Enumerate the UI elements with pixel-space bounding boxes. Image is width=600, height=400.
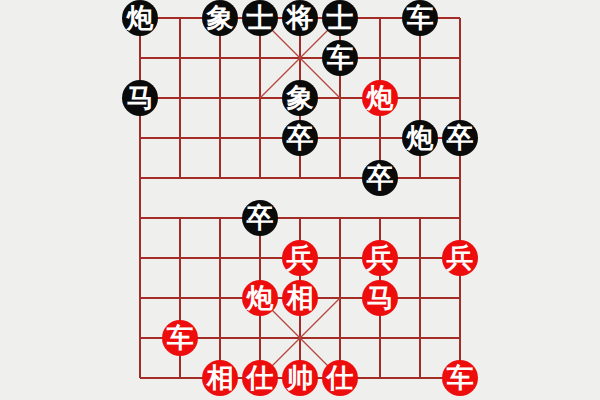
piece-red-cannon[interactable]: 炮 [242, 280, 278, 316]
piece-red-horse[interactable]: 马 [362, 280, 398, 316]
marker-corner [406, 301, 417, 312]
piece-red-soldier[interactable]: 兵 [282, 240, 318, 276]
piece-red-elephant[interactable]: 相 [282, 280, 318, 316]
marker-corner [406, 101, 417, 112]
piece-red-soldier[interactable]: 兵 [362, 240, 398, 276]
point-marker [166, 284, 194, 312]
marker-corner [166, 284, 177, 295]
piece-black-soldier[interactable]: 卒 [442, 120, 478, 156]
marker-corner [406, 284, 417, 295]
point-marker [366, 124, 394, 152]
marker-corner [206, 141, 217, 152]
marker-corner [143, 124, 154, 135]
marker-corner [143, 244, 154, 255]
point-marker [406, 284, 434, 312]
marker-corner [383, 124, 394, 135]
marker-corner [423, 101, 434, 112]
piece-black-elephant[interactable]: 象 [282, 80, 318, 116]
point-marker [406, 84, 434, 112]
marker-corner [166, 101, 177, 112]
piece-black-elephant[interactable]: 象 [202, 0, 238, 36]
marker-corner [406, 84, 417, 95]
marker-corner [143, 261, 154, 272]
piece-red-general[interactable]: 帅 [282, 360, 318, 396]
marker-corner [366, 141, 377, 152]
marker-corner [423, 284, 434, 295]
piece-black-soldier[interactable]: 卒 [362, 160, 398, 196]
marker-corner [423, 301, 434, 312]
piece-black-chariot[interactable]: 车 [402, 0, 438, 36]
piece-black-cannon[interactable]: 炮 [122, 0, 158, 36]
point-marker [166, 84, 194, 112]
marker-corner [223, 141, 234, 152]
marker-corner [223, 244, 234, 255]
piece-red-advisor[interactable]: 仕 [322, 360, 358, 396]
piece-black-soldier[interactable]: 卒 [282, 120, 318, 156]
point-marker [206, 244, 234, 272]
xiangqi-board: 炮象士将士车车马象炮卒炮卒卒卒兵兵兵炮相马车相仕帅仕车 [0, 0, 600, 400]
marker-corner [366, 124, 377, 135]
piece-red-chariot[interactable]: 车 [442, 360, 478, 396]
marker-corner [166, 84, 177, 95]
marker-corner [166, 301, 177, 312]
piece-black-advisor[interactable]: 士 [242, 0, 278, 36]
piece-black-advisor[interactable]: 士 [322, 0, 358, 36]
piece-red-advisor[interactable]: 仕 [242, 360, 278, 396]
marker-corner [223, 124, 234, 135]
piece-black-soldier[interactable]: 卒 [242, 200, 278, 236]
board-points: 炮象士将士车车马象炮卒炮卒卒卒兵兵兵炮相马车相仕帅仕车 [120, 0, 480, 398]
marker-corner [183, 84, 194, 95]
marker-corner [143, 141, 154, 152]
piece-black-chariot[interactable]: 车 [322, 40, 358, 76]
marker-corner [206, 244, 217, 255]
piece-red-chariot[interactable]: 车 [162, 320, 198, 356]
piece-black-cannon[interactable]: 炮 [402, 120, 438, 156]
marker-corner [183, 101, 194, 112]
point-marker [206, 124, 234, 152]
marker-corner [206, 261, 217, 272]
marker-corner [206, 124, 217, 135]
point-marker [126, 244, 154, 272]
marker-corner [183, 284, 194, 295]
piece-red-soldier[interactable]: 兵 [442, 240, 478, 276]
piece-red-cannon[interactable]: 炮 [362, 80, 398, 116]
piece-red-elephant[interactable]: 相 [202, 360, 238, 396]
marker-corner [183, 301, 194, 312]
marker-corner [423, 84, 434, 95]
marker-corner [383, 141, 394, 152]
point-marker [126, 124, 154, 152]
marker-corner [223, 261, 234, 272]
piece-black-horse[interactable]: 马 [122, 80, 158, 116]
piece-black-general[interactable]: 将 [282, 0, 318, 36]
